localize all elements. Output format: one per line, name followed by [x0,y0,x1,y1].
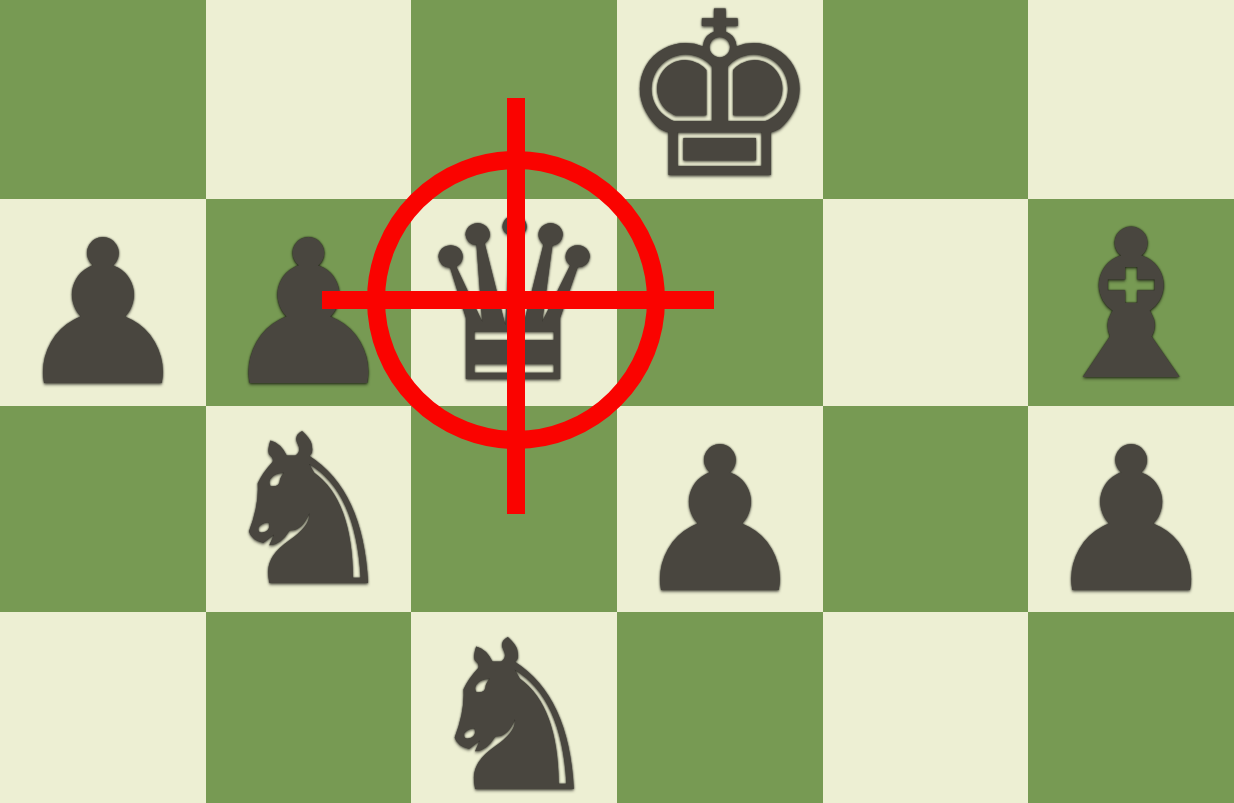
square-b6[interactable] [0,406,206,612]
square-e8[interactable]: ♚ [617,0,823,199]
black-pawn-piece[interactable]: ♟ [219,214,398,414]
square-d5[interactable]: ♞ [411,612,617,803]
black-knight-piece[interactable]: ♞ [421,613,607,803]
black-queen-piece[interactable]: ♛ [414,190,615,414]
chess-board: ♚♟♟♛♝♞♟♟♞ [0,0,1234,803]
square-g6[interactable]: ♟ [1028,406,1234,612]
square-e7[interactable] [617,199,823,405]
square-d6[interactable] [411,406,617,612]
square-f8[interactable] [823,0,1029,199]
black-knight-piece[interactable]: ♞ [215,407,401,615]
square-d7[interactable]: ♛ [411,199,617,405]
square-e5[interactable] [617,612,823,803]
square-g7[interactable]: ♝ [1028,199,1234,405]
square-c7[interactable]: ♟ [206,199,412,405]
square-c6[interactable]: ♞ [206,406,412,612]
square-f7[interactable] [823,199,1029,405]
black-pawn-piece[interactable]: ♟ [13,214,192,414]
square-f6[interactable] [823,406,1029,612]
black-king-piece[interactable]: ♚ [618,0,822,210]
square-b8[interactable] [0,0,206,199]
black-pawn-piece[interactable]: ♟ [1041,421,1220,621]
square-g5[interactable] [1028,612,1234,803]
black-pawn-piece[interactable]: ♟ [630,421,809,621]
square-c8[interactable] [206,0,412,199]
square-d8[interactable] [411,0,617,199]
black-bishop-piece[interactable]: ♝ [1039,203,1224,409]
square-f5[interactable] [823,612,1029,803]
square-g8[interactable] [1028,0,1234,199]
chessboard-viewport: ♚♟♟♛♝♞♟♟♞ [0,0,1234,803]
square-b5[interactable] [0,612,206,803]
square-b7[interactable]: ♟ [0,199,206,405]
square-c5[interactable] [206,612,412,803]
square-e6[interactable]: ♟ [617,406,823,612]
